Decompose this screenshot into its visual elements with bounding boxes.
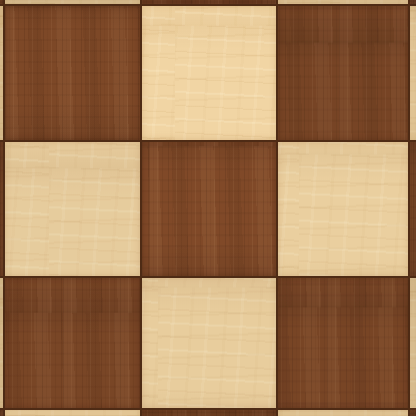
chessboard xyxy=(0,0,416,416)
board-square-light xyxy=(142,6,276,140)
board-square-sliver-light xyxy=(278,0,408,4)
board-square-sliver-light xyxy=(410,6,416,140)
board-square-light xyxy=(142,278,276,408)
board-square-sliver-light xyxy=(278,410,408,416)
board-square-dark xyxy=(5,278,140,408)
board-square-sliver-dark xyxy=(410,0,416,4)
board-square-sliver-dark xyxy=(0,142,3,276)
board-square-sliver-light xyxy=(0,6,3,140)
board-square-sliver-dark xyxy=(0,410,3,416)
board-photo-stage xyxy=(0,0,416,416)
board-square-sliver-light xyxy=(0,278,3,408)
board-square-sliver-dark xyxy=(142,410,276,416)
board-square-sliver-dark xyxy=(142,0,276,4)
board-square-sliver-light xyxy=(5,0,140,4)
board-square-dark xyxy=(278,278,408,408)
board-square-sliver-light xyxy=(410,278,416,408)
board-square-sliver-dark xyxy=(410,410,416,416)
board-square-sliver-light xyxy=(5,410,140,416)
board-square-light xyxy=(278,142,408,276)
board-square-sliver-dark xyxy=(410,142,416,276)
board-square-dark xyxy=(278,6,408,140)
board-square-dark xyxy=(142,142,276,276)
board-square-dark xyxy=(5,6,140,140)
board-square-sliver-dark xyxy=(0,0,3,4)
board-square-light xyxy=(5,142,140,276)
